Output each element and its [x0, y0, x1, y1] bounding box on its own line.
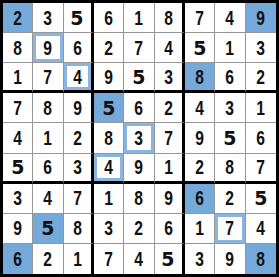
digit-r8c4: 3: [104, 218, 113, 238]
digit-r6c3: 3: [73, 157, 82, 177]
digit-r8c2: 5: [41, 218, 54, 238]
cell-r8c9[interactable]: 4: [246, 214, 276, 244]
cell-r1c1[interactable]: 2: [3, 3, 33, 33]
cell-r9c7[interactable]: 3: [185, 244, 215, 274]
cell-r2c1[interactable]: 8: [3, 33, 33, 63]
digit-r1c3: 5: [71, 8, 84, 28]
digit-r3c7: 8: [195, 67, 204, 87]
digit-r6c8: 8: [226, 157, 235, 177]
cell-r5c1[interactable]: 4: [3, 123, 33, 153]
cell-r6c8[interactable]: 8: [215, 154, 245, 184]
digit-r5c9: 6: [256, 128, 265, 148]
cell-r7c5[interactable]: 8: [124, 184, 154, 214]
cell-r6c3[interactable]: 3: [64, 154, 94, 184]
digit-r8c1: 9: [13, 218, 22, 238]
digit-r5c7: 9: [195, 128, 204, 148]
cell-r5c7[interactable]: 9: [185, 123, 215, 153]
cell-r5c6[interactable]: 7: [155, 123, 185, 153]
cell-r9c5[interactable]: 4: [124, 244, 154, 274]
cell-r8c2[interactable]: 5: [33, 214, 63, 244]
cell-r5c9[interactable]: 6: [246, 123, 276, 153]
cell-r4c8[interactable]: 3: [215, 93, 245, 123]
cell-r6c4[interactable]: 4: [94, 154, 124, 184]
cell-r8c8[interactable]: 7: [215, 214, 245, 244]
digit-r7c3: 7: [73, 188, 82, 208]
digit-r1c5: 1: [135, 8, 144, 28]
digit-r4c3: 9: [73, 98, 82, 118]
digit-r3c6: 3: [164, 67, 173, 87]
cell-r5c5[interactable]: 3: [124, 123, 154, 153]
digit-r5c3: 2: [73, 128, 82, 148]
digit-r4c9: 1: [256, 98, 265, 118]
digit-r2c9: 3: [256, 38, 265, 58]
digit-r1c7: 7: [195, 8, 204, 28]
digit-r4c5: 6: [135, 98, 144, 118]
digit-r9c8: 9: [226, 249, 235, 269]
cell-r7c9[interactable]: 5: [246, 184, 276, 214]
cell-r4c3[interactable]: 9: [64, 93, 94, 123]
cell-r4c9[interactable]: 1: [246, 93, 276, 123]
digit-r4c7: 4: [195, 98, 204, 118]
cell-r4c4[interactable]: 5: [94, 93, 124, 123]
digit-r2c3: 6: [73, 38, 82, 58]
digit-r6c9: 7: [256, 157, 265, 177]
digit-r5c4: 8: [104, 128, 113, 148]
cell-r4c1[interactable]: 7: [3, 93, 33, 123]
digit-r6c5: 9: [135, 157, 144, 177]
cell-r8c5[interactable]: 2: [124, 214, 154, 244]
cell-r7c7[interactable]: 6: [185, 184, 215, 214]
cell-r4c5[interactable]: 6: [124, 93, 154, 123]
cell-r9c9[interactable]: 8: [246, 244, 276, 274]
cell-r6c5[interactable]: 9: [124, 154, 154, 184]
cell-r2c2[interactable]: 9: [33, 33, 63, 63]
cell-r2c9[interactable]: 3: [246, 33, 276, 63]
cell-r9c8[interactable]: 9: [215, 244, 245, 274]
digit-r2c6: 4: [164, 38, 173, 58]
cell-r7c3[interactable]: 7: [64, 184, 94, 214]
digit-r7c1: 3: [13, 188, 22, 208]
digit-r1c2: 3: [44, 8, 53, 28]
cell-r1c6[interactable]: 8: [155, 3, 185, 33]
digit-r3c5: 5: [132, 67, 145, 87]
cell-r3c8[interactable]: 6: [215, 63, 245, 93]
digit-r3c3: 4: [73, 67, 82, 87]
cell-r5c4[interactable]: 8: [94, 123, 124, 153]
digit-r4c2: 8: [44, 98, 53, 118]
digit-r2c7: 5: [193, 38, 206, 58]
cell-r6c1[interactable]: 5: [3, 154, 33, 184]
cell-r3c7[interactable]: 8: [185, 63, 215, 93]
digit-r1c1: 2: [13, 8, 22, 28]
cell-r4c7[interactable]: 4: [185, 93, 215, 123]
digit-r7c7: 6: [195, 188, 204, 208]
digit-r2c8: 1: [226, 38, 235, 58]
digit-r4c1: 7: [13, 98, 22, 118]
digit-r5c5: 3: [135, 128, 144, 148]
cell-r1c7[interactable]: 7: [185, 3, 215, 33]
digit-r3c1: 1: [13, 67, 22, 87]
cell-r8c7[interactable]: 1: [185, 214, 215, 244]
cell-r5c2[interactable]: 1: [33, 123, 63, 153]
cell-r7c6[interactable]: 9: [155, 184, 185, 214]
cell-r3c3[interactable]: 4: [64, 63, 94, 93]
cell-r6c2[interactable]: 6: [33, 154, 63, 184]
digit-r8c3: 8: [73, 218, 82, 238]
digit-r7c9: 5: [254, 188, 267, 208]
digit-r6c4: 4: [104, 157, 113, 177]
cell-r1c2[interactable]: 3: [33, 3, 63, 33]
digit-r1c9: 9: [256, 8, 265, 28]
cell-r3c9[interactable]: 2: [246, 63, 276, 93]
cell-r5c8[interactable]: 5: [215, 123, 245, 153]
digit-r3c2: 7: [44, 67, 53, 87]
digit-r2c4: 2: [104, 38, 113, 58]
digit-r6c6: 1: [164, 157, 173, 177]
digit-r9c2: 2: [44, 249, 53, 269]
cell-r3c5[interactable]: 5: [124, 63, 154, 93]
cell-r6c7[interactable]: 2: [185, 154, 215, 184]
cell-r1c8[interactable]: 4: [215, 3, 245, 33]
digit-r9c3: 1: [73, 249, 82, 269]
cell-r1c5[interactable]: 1: [124, 3, 154, 33]
cell-r3c2[interactable]: 7: [33, 63, 63, 93]
cell-r5c3[interactable]: 2: [64, 123, 94, 153]
cell-r2c6[interactable]: 4: [155, 33, 185, 63]
digit-r8c5: 2: [135, 218, 144, 238]
cell-r6c9[interactable]: 7: [246, 154, 276, 184]
cell-r2c4[interactable]: 2: [94, 33, 124, 63]
digit-r4c8: 3: [226, 98, 235, 118]
cell-r6c6[interactable]: 1: [155, 154, 185, 184]
digit-r9c9: 8: [256, 249, 265, 269]
digit-r9c6: 5: [162, 249, 175, 269]
digit-r8c7: 1: [195, 218, 204, 238]
digit-r9c5: 4: [135, 249, 144, 269]
cell-r9c4[interactable]: 7: [94, 244, 124, 274]
digit-r5c8: 5: [223, 128, 236, 148]
digit-r7c6: 9: [164, 188, 173, 208]
digit-r7c2: 4: [44, 188, 53, 208]
cell-r8c6[interactable]: 6: [155, 214, 185, 244]
cell-r2c7[interactable]: 5: [185, 33, 215, 63]
cell-r1c4[interactable]: 6: [94, 3, 124, 33]
cell-r8c4[interactable]: 3: [94, 214, 124, 244]
cell-r7c2[interactable]: 4: [33, 184, 63, 214]
cell-r4c6[interactable]: 2: [155, 93, 185, 123]
digit-r3c8: 6: [226, 67, 235, 87]
digit-r7c4: 1: [104, 188, 113, 208]
cell-r2c8[interactable]: 1: [215, 33, 245, 63]
cell-r3c6[interactable]: 3: [155, 63, 185, 93]
cell-r9c3[interactable]: 1: [64, 244, 94, 274]
digit-r9c1: 6: [13, 249, 22, 269]
digit-r9c7: 3: [195, 249, 204, 269]
digit-r3c4: 9: [104, 67, 113, 87]
cell-r7c4[interactable]: 1: [94, 184, 124, 214]
cell-r2c3[interactable]: 6: [64, 33, 94, 63]
digit-r2c2: 9: [44, 38, 53, 58]
digit-r1c4: 6: [104, 8, 113, 28]
cell-r7c8[interactable]: 2: [215, 184, 245, 214]
digit-r2c5: 7: [135, 38, 144, 58]
digit-r4c6: 2: [164, 98, 173, 118]
cell-r1c3[interactable]: 5: [64, 3, 94, 33]
cell-r2c5[interactable]: 7: [124, 33, 154, 63]
digit-r4c4: 5: [102, 98, 115, 118]
digit-r1c8: 4: [226, 8, 235, 28]
digit-r8c9: 4: [256, 218, 265, 238]
digit-r2c1: 8: [13, 38, 22, 58]
cell-r4c2[interactable]: 8: [33, 93, 63, 123]
digit-r6c7: 2: [195, 157, 204, 177]
cell-r9c2[interactable]: 2: [33, 244, 63, 274]
cell-r7c1[interactable]: 3: [3, 184, 33, 214]
cell-r9c1[interactable]: 6: [3, 244, 33, 274]
digit-r6c1: 5: [11, 157, 24, 177]
cell-r8c1[interactable]: 9: [3, 214, 33, 244]
digit-r7c8: 2: [226, 188, 235, 208]
digit-r7c5: 8: [135, 188, 144, 208]
cell-r9c6[interactable]: 5: [155, 244, 185, 274]
cell-r3c4[interactable]: 9: [94, 63, 124, 93]
cell-r1c9[interactable]: 9: [246, 3, 276, 33]
cell-r8c3[interactable]: 8: [64, 214, 94, 244]
digit-r8c6: 6: [164, 218, 173, 238]
digit-r6c2: 6: [44, 157, 53, 177]
digit-r9c4: 7: [104, 249, 113, 269]
digit-r3c9: 2: [256, 67, 265, 87]
digit-r5c2: 1: [44, 128, 53, 148]
digit-r5c6: 7: [164, 128, 173, 148]
digit-r5c1: 4: [13, 128, 22, 148]
digit-r1c6: 8: [164, 8, 173, 28]
sudoku-board: 2356187498962745131749538627895624314128…: [0, 0, 279, 277]
digit-r8c8: 7: [226, 218, 235, 238]
cell-r3c1[interactable]: 1: [3, 63, 33, 93]
